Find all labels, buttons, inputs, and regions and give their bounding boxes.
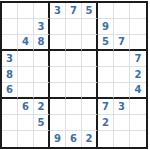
cell-r7c9-empty[interactable] bbox=[130, 99, 146, 115]
cell-r9c7-empty[interactable] bbox=[98, 131, 114, 147]
cell-r6c7-empty[interactable] bbox=[98, 83, 114, 99]
cell-r7c2-given-6[interactable]: 6 bbox=[18, 99, 34, 115]
cell-r1c8-empty[interactable] bbox=[114, 3, 130, 19]
cell-r3c6-empty[interactable] bbox=[82, 35, 98, 51]
cell-r4c5-empty[interactable] bbox=[66, 51, 82, 67]
cell-r6c5-empty[interactable] bbox=[66, 83, 82, 99]
cell-r3c7-given-5[interactable]: 5 bbox=[98, 35, 114, 51]
cell-r3c9-empty[interactable] bbox=[130, 35, 146, 51]
cell-r1c2-empty[interactable] bbox=[18, 3, 34, 19]
cell-r9c8-empty[interactable] bbox=[114, 131, 130, 147]
cell-r5c1-given-8[interactable]: 8 bbox=[2, 67, 18, 83]
cell-r2c5-empty[interactable] bbox=[66, 19, 82, 35]
cell-r2c4-empty[interactable] bbox=[50, 19, 66, 35]
cell-r9c9-empty[interactable] bbox=[130, 131, 146, 147]
cell-r2c2-empty[interactable] bbox=[18, 19, 34, 35]
cell-r6c3-empty[interactable] bbox=[34, 83, 50, 99]
sudoku-board: 375394857378264627352962 bbox=[0, 1, 148, 149]
cell-r4c4-empty[interactable] bbox=[50, 51, 66, 67]
cell-r2c6-empty[interactable] bbox=[82, 19, 98, 35]
cell-r8c3-given-5[interactable]: 5 bbox=[34, 115, 50, 131]
cell-r4c6-empty[interactable] bbox=[82, 51, 98, 67]
cell-r1c6-given-5[interactable]: 5 bbox=[82, 3, 98, 19]
cell-r4c7-empty[interactable] bbox=[98, 51, 114, 67]
cell-r3c1-empty[interactable] bbox=[2, 35, 18, 51]
cell-r4c8-empty[interactable] bbox=[114, 51, 130, 67]
cell-r3c4-empty[interactable] bbox=[50, 35, 66, 51]
cell-r5c2-empty[interactable] bbox=[18, 67, 34, 83]
cell-r5c5-empty[interactable] bbox=[66, 67, 82, 83]
cell-r3c5-empty[interactable] bbox=[66, 35, 82, 51]
cell-r3c2-given-4[interactable]: 4 bbox=[18, 35, 34, 51]
cell-r9c2-empty[interactable] bbox=[18, 131, 34, 147]
cell-r5c9-given-2[interactable]: 2 bbox=[130, 67, 146, 83]
cell-r2c9-empty[interactable] bbox=[130, 19, 146, 35]
cell-r8c5-empty[interactable] bbox=[66, 115, 82, 131]
cell-r2c7-given-9[interactable]: 9 bbox=[98, 19, 114, 35]
cell-r8c7-given-2[interactable]: 2 bbox=[98, 115, 114, 131]
cell-r6c1-given-6[interactable]: 6 bbox=[2, 83, 18, 99]
cell-r8c8-empty[interactable] bbox=[114, 115, 130, 131]
cell-r1c3-empty[interactable] bbox=[34, 3, 50, 19]
cell-r2c8-empty[interactable] bbox=[114, 19, 130, 35]
cell-r1c5-given-7[interactable]: 7 bbox=[66, 3, 82, 19]
cell-r1c7-empty[interactable] bbox=[98, 3, 114, 19]
cell-r7c8-given-3[interactable]: 3 bbox=[114, 99, 130, 115]
cell-r9c5-given-6[interactable]: 6 bbox=[66, 131, 82, 147]
cell-r9c6-given-2[interactable]: 2 bbox=[82, 131, 98, 147]
cell-r6c2-empty[interactable] bbox=[18, 83, 34, 99]
cell-r9c3-empty[interactable] bbox=[34, 131, 50, 147]
cell-r4c1-given-3[interactable]: 3 bbox=[2, 51, 18, 67]
cell-r5c8-empty[interactable] bbox=[114, 67, 130, 83]
cell-r8c2-empty[interactable] bbox=[18, 115, 34, 131]
cell-r6c9-given-4[interactable]: 4 bbox=[130, 83, 146, 99]
cell-r4c9-given-7[interactable]: 7 bbox=[130, 51, 146, 67]
cell-r5c4-empty[interactable] bbox=[50, 67, 66, 83]
cell-r7c7-given-7[interactable]: 7 bbox=[98, 99, 114, 115]
cell-r8c1-empty[interactable] bbox=[2, 115, 18, 131]
cell-r6c6-empty[interactable] bbox=[82, 83, 98, 99]
cell-r9c1-empty[interactable] bbox=[2, 131, 18, 147]
cell-r5c6-empty[interactable] bbox=[82, 67, 98, 83]
cell-r8c4-empty[interactable] bbox=[50, 115, 66, 131]
cell-r2c1-empty[interactable] bbox=[2, 19, 18, 35]
cell-r2c3-given-3[interactable]: 3 bbox=[34, 19, 50, 35]
cell-r1c9-empty[interactable] bbox=[130, 3, 146, 19]
cell-r7c1-empty[interactable] bbox=[2, 99, 18, 115]
cell-r7c3-given-2[interactable]: 2 bbox=[34, 99, 50, 115]
cell-r8c6-empty[interactable] bbox=[82, 115, 98, 131]
cell-r4c2-empty[interactable] bbox=[18, 51, 34, 67]
cell-r3c8-given-7[interactable]: 7 bbox=[114, 35, 130, 51]
cell-r3c3-given-8[interactable]: 8 bbox=[34, 35, 50, 51]
cell-r7c6-empty[interactable] bbox=[82, 99, 98, 115]
cell-r7c5-empty[interactable] bbox=[66, 99, 82, 115]
cell-r8c9-empty[interactable] bbox=[130, 115, 146, 131]
cell-r6c8-empty[interactable] bbox=[114, 83, 130, 99]
cell-r6c4-empty[interactable] bbox=[50, 83, 66, 99]
cell-r1c4-given-3[interactable]: 3 bbox=[50, 3, 66, 19]
cell-r1c1-empty[interactable] bbox=[2, 3, 18, 19]
cell-r9c4-given-9[interactable]: 9 bbox=[50, 131, 66, 147]
cell-r4c3-empty[interactable] bbox=[34, 51, 50, 67]
cell-r5c3-empty[interactable] bbox=[34, 67, 50, 83]
cell-r7c4-empty[interactable] bbox=[50, 99, 66, 115]
cell-r5c7-empty[interactable] bbox=[98, 67, 114, 83]
